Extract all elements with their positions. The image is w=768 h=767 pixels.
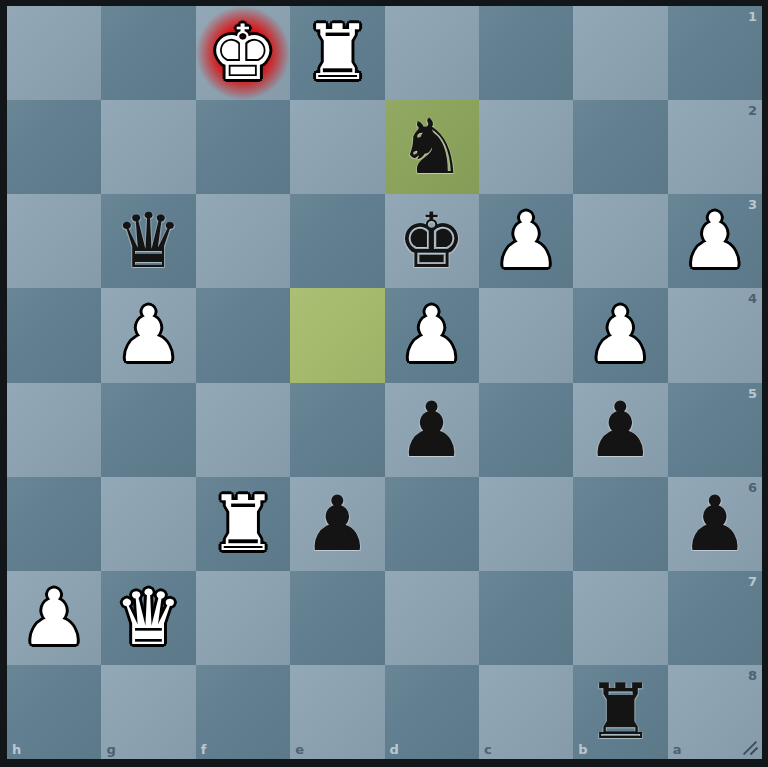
square-c5[interactable] xyxy=(479,383,573,477)
square-h6[interactable] xyxy=(7,477,101,571)
piece-white-pawn-d4[interactable]: ♟ xyxy=(385,288,479,382)
square-d8[interactable]: d xyxy=(385,665,479,759)
square-b5[interactable]: ♟ xyxy=(573,383,667,477)
square-a5[interactable]: 5 xyxy=(668,383,762,477)
rank-label-5: 5 xyxy=(748,386,757,401)
square-d3[interactable]: ♚ xyxy=(385,194,479,288)
square-h2[interactable] xyxy=(7,100,101,194)
square-e5[interactable] xyxy=(290,383,384,477)
square-g3[interactable]: ♛ xyxy=(101,194,195,288)
piece-black-king-d3[interactable]: ♚ xyxy=(385,194,479,288)
square-f6[interactable]: ♜ xyxy=(196,477,290,571)
piece-black-pawn-a6[interactable]: ♟ xyxy=(668,477,762,571)
piece-black-queen-g3[interactable]: ♛ xyxy=(101,194,195,288)
file-label-e: e xyxy=(295,742,304,757)
square-f8[interactable]: f xyxy=(196,665,290,759)
square-c7[interactable] xyxy=(479,571,573,665)
rank-label-4: 4 xyxy=(748,291,757,306)
square-c3[interactable]: ♟ xyxy=(479,194,573,288)
square-d7[interactable] xyxy=(385,571,479,665)
square-d1[interactable] xyxy=(385,6,479,100)
square-g5[interactable] xyxy=(101,383,195,477)
square-a2[interactable]: 2 xyxy=(668,100,762,194)
rank-label-7: 7 xyxy=(748,574,757,589)
square-c4[interactable] xyxy=(479,288,573,382)
piece-white-pawn-c3[interactable]: ♟ xyxy=(479,194,573,288)
square-g4[interactable]: ♟ xyxy=(101,288,195,382)
square-e1[interactable]: ♜ xyxy=(290,6,384,100)
piece-white-rook-f6[interactable]: ♜ xyxy=(196,477,290,571)
square-a3[interactable]: 3♟ xyxy=(668,194,762,288)
square-c2[interactable] xyxy=(479,100,573,194)
square-h3[interactable] xyxy=(7,194,101,288)
piece-white-pawn-b4[interactable]: ♟ xyxy=(573,288,667,382)
piece-white-pawn-a3[interactable]: ♟ xyxy=(668,194,762,288)
piece-white-pawn-h7[interactable]: ♟ xyxy=(7,571,101,665)
piece-black-knight-d2[interactable]: ♞ xyxy=(385,100,479,194)
square-h7[interactable]: ♟ xyxy=(7,571,101,665)
file-label-d: d xyxy=(390,742,399,757)
file-label-h: h xyxy=(12,742,21,757)
square-a7[interactable]: 7 xyxy=(668,571,762,665)
square-d4[interactable]: ♟ xyxy=(385,288,479,382)
square-c6[interactable] xyxy=(479,477,573,571)
square-g6[interactable] xyxy=(101,477,195,571)
square-f5[interactable] xyxy=(196,383,290,477)
square-b1[interactable] xyxy=(573,6,667,100)
square-a4[interactable]: 4 xyxy=(668,288,762,382)
chess-board: ♚♜1♞2♛♚♟3♟♟♟♟4♟♟5♜♟6♟♟♛7hgfedcb♜8a xyxy=(7,6,762,759)
piece-white-queen-g7[interactable]: ♛ xyxy=(101,571,195,665)
square-f3[interactable] xyxy=(196,194,290,288)
file-label-a: a xyxy=(673,742,682,757)
piece-white-king-f1[interactable]: ♚ xyxy=(196,6,290,100)
rank-label-1: 1 xyxy=(748,9,757,24)
square-e3[interactable] xyxy=(290,194,384,288)
piece-black-pawn-b5[interactable]: ♟ xyxy=(573,383,667,477)
square-e4[interactable] xyxy=(290,288,384,382)
square-d6[interactable] xyxy=(385,477,479,571)
square-h1[interactable] xyxy=(7,6,101,100)
rank-label-8: 8 xyxy=(748,668,757,683)
square-g2[interactable] xyxy=(101,100,195,194)
square-b3[interactable] xyxy=(573,194,667,288)
square-h4[interactable] xyxy=(7,288,101,382)
piece-white-rook-e1[interactable]: ♜ xyxy=(290,6,384,100)
file-label-c: c xyxy=(484,742,492,757)
square-a1[interactable]: 1 xyxy=(668,6,762,100)
file-label-g: g xyxy=(106,742,115,757)
square-h8[interactable]: h xyxy=(7,665,101,759)
resize-handle[interactable] xyxy=(741,738,761,758)
square-c8[interactable]: c xyxy=(479,665,573,759)
square-d2[interactable]: ♞ xyxy=(385,100,479,194)
piece-black-pawn-d5[interactable]: ♟ xyxy=(385,383,479,477)
square-e2[interactable] xyxy=(290,100,384,194)
square-f4[interactable] xyxy=(196,288,290,382)
square-e6[interactable]: ♟ xyxy=(290,477,384,571)
square-a6[interactable]: 6♟ xyxy=(668,477,762,571)
board-frame: ♚♜1♞2♛♚♟3♟♟♟♟4♟♟5♜♟6♟♟♛7hgfedcb♜8a xyxy=(0,0,768,767)
square-b2[interactable] xyxy=(573,100,667,194)
square-f7[interactable] xyxy=(196,571,290,665)
square-b8[interactable]: b♜ xyxy=(573,665,667,759)
square-f1[interactable]: ♚ xyxy=(196,6,290,100)
square-e8[interactable]: e xyxy=(290,665,384,759)
square-b4[interactable]: ♟ xyxy=(573,288,667,382)
square-g8[interactable]: g xyxy=(101,665,195,759)
square-g1[interactable] xyxy=(101,6,195,100)
square-b7[interactable] xyxy=(573,571,667,665)
square-d5[interactable]: ♟ xyxy=(385,383,479,477)
rank-label-2: 2 xyxy=(748,103,757,118)
square-e7[interactable] xyxy=(290,571,384,665)
square-f2[interactable] xyxy=(196,100,290,194)
piece-black-pawn-e6[interactable]: ♟ xyxy=(290,477,384,571)
file-label-f: f xyxy=(201,742,207,757)
piece-black-rook-b8[interactable]: ♜ xyxy=(573,665,667,759)
square-h5[interactable] xyxy=(7,383,101,477)
square-g7[interactable]: ♛ xyxy=(101,571,195,665)
square-c1[interactable] xyxy=(479,6,573,100)
square-b6[interactable] xyxy=(573,477,667,571)
piece-white-pawn-g4[interactable]: ♟ xyxy=(101,288,195,382)
